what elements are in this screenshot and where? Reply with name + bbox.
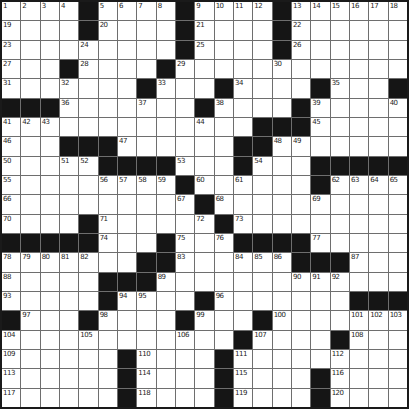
cell-r17c20[interactable]: 102: [369, 311, 387, 329]
cell-r6c10[interactable]: [176, 99, 194, 117]
cell-r19c19[interactable]: [350, 350, 368, 368]
cell-r20c8[interactable]: 114: [137, 369, 155, 387]
cell-r14c7[interactable]: [118, 253, 136, 271]
cell-r2c16[interactable]: 22: [292, 21, 310, 39]
cell-r18c20[interactable]: [369, 331, 387, 349]
cell-r19c4[interactable]: [60, 350, 78, 368]
cell-r18c17[interactable]: [311, 331, 329, 349]
cell-r8c21[interactable]: [389, 137, 407, 155]
cell-r6c9[interactable]: [157, 99, 175, 117]
cell-r1c11[interactable]: 9: [195, 2, 213, 20]
cell-r14c2[interactable]: 79: [21, 253, 39, 271]
cell-r20c6[interactable]: [99, 369, 117, 387]
cell-r5c20[interactable]: [369, 79, 387, 97]
cell-r17c17[interactable]: [311, 311, 329, 329]
cell-r10c16[interactable]: [292, 176, 310, 194]
cell-r14c1[interactable]: 78: [2, 253, 20, 271]
cell-r15c15[interactable]: [273, 273, 291, 291]
cell-r6c8[interactable]: 37: [137, 99, 155, 117]
cell-r21c2[interactable]: [21, 389, 39, 407]
cell-r6c21[interactable]: 40: [389, 99, 407, 117]
cell-r5c4[interactable]: 32: [60, 79, 78, 97]
cell-r1c17[interactable]: 14: [311, 2, 329, 20]
cell-r8c7[interactable]: 47: [118, 137, 136, 155]
cell-r17c8[interactable]: [137, 311, 155, 329]
cell-r18c1[interactable]: 104: [2, 331, 20, 349]
cell-r18c7[interactable]: [118, 331, 136, 349]
cell-r4c18[interactable]: [331, 60, 349, 78]
cell-r21c6[interactable]: [99, 389, 117, 407]
cell-r6c4[interactable]: 36: [60, 99, 78, 117]
cell-r7c12[interactable]: [215, 118, 233, 136]
cell-r12c10[interactable]: [176, 215, 194, 233]
cell-r16c18[interactable]: [331, 292, 349, 310]
cell-r10c9[interactable]: 59: [157, 176, 175, 194]
cell-r10c7[interactable]: 57: [118, 176, 136, 194]
cell-r19c5[interactable]: [79, 350, 97, 368]
cell-r5c13[interactable]: 34: [234, 79, 252, 97]
cell-r18c3[interactable]: [41, 331, 59, 349]
cell-r4c12[interactable]: [215, 60, 233, 78]
cell-r10c21[interactable]: 65: [389, 176, 407, 194]
cell-r13c12[interactable]: 76: [215, 234, 233, 252]
cell-r11c15[interactable]: [273, 195, 291, 213]
cell-r19c11[interactable]: [195, 350, 213, 368]
cell-r4c3[interactable]: [41, 60, 59, 78]
cell-r2c7[interactable]: [118, 21, 136, 39]
cell-r3c20[interactable]: [369, 41, 387, 59]
cell-r15c9[interactable]: 89: [157, 273, 175, 291]
cell-r5c6[interactable]: [99, 79, 117, 97]
cell-r2c4[interactable]: [60, 21, 78, 39]
cell-r20c16[interactable]: [292, 369, 310, 387]
cell-r10c6[interactable]: 56: [99, 176, 117, 194]
cell-r21c21[interactable]: [389, 389, 407, 407]
cell-r4c1[interactable]: 27: [2, 60, 20, 78]
cell-r15c12[interactable]: [215, 273, 233, 291]
cell-r7c7[interactable]: [118, 118, 136, 136]
cell-r10c12[interactable]: [215, 176, 233, 194]
cell-r8c12[interactable]: [215, 137, 233, 155]
cell-r10c4[interactable]: [60, 176, 78, 194]
cell-r14c6[interactable]: [99, 253, 117, 271]
cell-r4c13[interactable]: [234, 60, 252, 78]
cell-r10c20[interactable]: 64: [369, 176, 387, 194]
cell-r18c10[interactable]: 106: [176, 331, 194, 349]
cell-r1c1[interactable]: 1: [2, 2, 20, 20]
cell-r5c3[interactable]: [41, 79, 59, 97]
cell-r15c2[interactable]: [21, 273, 39, 291]
cell-r2c8[interactable]: [137, 21, 155, 39]
cell-r9c4[interactable]: 51: [60, 157, 78, 175]
cell-r2c21[interactable]: [389, 21, 407, 39]
cell-r17c11[interactable]: 99: [195, 311, 213, 329]
cell-r19c15[interactable]: [273, 350, 291, 368]
cell-r8c8[interactable]: [137, 137, 155, 155]
cell-r12c2[interactable]: [21, 215, 39, 233]
cell-r9c11[interactable]: [195, 157, 213, 175]
cell-r11c12[interactable]: 68: [215, 195, 233, 213]
cell-r17c6[interactable]: 98: [99, 311, 117, 329]
cell-r14c20[interactable]: [369, 253, 387, 271]
cell-r14c10[interactable]: 83: [176, 253, 194, 271]
cell-r9c12[interactable]: [215, 157, 233, 175]
cell-r14c11[interactable]: [195, 253, 213, 271]
cell-r21c14[interactable]: [253, 389, 271, 407]
cell-r16c1[interactable]: 93: [2, 292, 20, 310]
cell-r17c4[interactable]: [60, 311, 78, 329]
cell-r5c16[interactable]: [292, 79, 310, 97]
cell-r21c8[interactable]: 118: [137, 389, 155, 407]
cell-r8c3[interactable]: [41, 137, 59, 155]
cell-r9c14[interactable]: 54: [253, 157, 271, 175]
cell-r2c9[interactable]: [157, 21, 175, 39]
cell-r6c7[interactable]: [118, 99, 136, 117]
cell-r18c11[interactable]: [195, 331, 213, 349]
cell-r9c15[interactable]: [273, 157, 291, 175]
cell-r2c6[interactable]: 20: [99, 21, 117, 39]
cell-r13c19[interactable]: [350, 234, 368, 252]
cell-r12c11[interactable]: 72: [195, 215, 213, 233]
cell-r14c4[interactable]: 81: [60, 253, 78, 271]
cell-r8c19[interactable]: [350, 137, 368, 155]
cell-r12c15[interactable]: [273, 215, 291, 233]
cell-r12c13[interactable]: 73: [234, 215, 252, 233]
cell-r3c6[interactable]: [99, 41, 117, 59]
cell-r19c2[interactable]: [21, 350, 39, 368]
cell-r1c16[interactable]: 13: [292, 2, 310, 20]
cell-r20c3[interactable]: [41, 369, 59, 387]
cell-r10c1[interactable]: 55: [2, 176, 20, 194]
cell-r11c3[interactable]: [41, 195, 59, 213]
cell-r10c3[interactable]: [41, 176, 59, 194]
cell-r18c2[interactable]: [21, 331, 39, 349]
cell-r4c5[interactable]: 28: [79, 60, 97, 78]
cell-r21c18[interactable]: 120: [331, 389, 349, 407]
cell-r18c12[interactable]: [215, 331, 233, 349]
cell-r12c18[interactable]: [331, 215, 349, 233]
cell-r10c19[interactable]: 63: [350, 176, 368, 194]
cell-r13c20[interactable]: [369, 234, 387, 252]
cell-r17c16[interactable]: [292, 311, 310, 329]
cell-r18c14[interactable]: 107: [253, 331, 271, 349]
cell-r16c13[interactable]: [234, 292, 252, 310]
cell-r19c16[interactable]: [292, 350, 310, 368]
cell-r1c14[interactable]: 12: [253, 2, 271, 20]
cell-r6c13[interactable]: [234, 99, 252, 117]
cell-r11c8[interactable]: [137, 195, 155, 213]
cell-r21c11[interactable]: [195, 389, 213, 407]
cell-r11c20[interactable]: [369, 195, 387, 213]
cell-r13c18[interactable]: [331, 234, 349, 252]
cell-r3c21[interactable]: [389, 41, 407, 59]
cell-r8c10[interactable]: [176, 137, 194, 155]
cell-r16c14[interactable]: [253, 292, 271, 310]
cell-r13c6[interactable]: 74: [99, 234, 117, 252]
cell-r19c13[interactable]: 111: [234, 350, 252, 368]
cell-r2c13[interactable]: [234, 21, 252, 39]
cell-r2c12[interactable]: [215, 21, 233, 39]
cell-r3c2[interactable]: [21, 41, 39, 59]
cell-r20c14[interactable]: [253, 369, 271, 387]
cell-r1c6[interactable]: 5: [99, 2, 117, 20]
cell-r17c9[interactable]: [157, 311, 175, 329]
cell-r21c5[interactable]: [79, 389, 97, 407]
cell-r8c15[interactable]: 48: [273, 137, 291, 155]
cell-r11c13[interactable]: [234, 195, 252, 213]
cell-r8c16[interactable]: 49: [292, 137, 310, 155]
cell-r8c9[interactable]: [157, 137, 175, 155]
cell-r18c9[interactable]: [157, 331, 175, 349]
cell-r13c17[interactable]: 77: [311, 234, 329, 252]
cell-r10c8[interactable]: 58: [137, 176, 155, 194]
cell-r7c13[interactable]: [234, 118, 252, 136]
cell-r9c5[interactable]: 52: [79, 157, 97, 175]
cell-r4c16[interactable]: [292, 60, 310, 78]
cell-r20c9[interactable]: [157, 369, 175, 387]
cell-r11c19[interactable]: [350, 195, 368, 213]
cell-r12c4[interactable]: [60, 215, 78, 233]
cell-r16c5[interactable]: [79, 292, 97, 310]
cell-r21c16[interactable]: [292, 389, 310, 407]
cell-r15c16[interactable]: 90: [292, 273, 310, 291]
cell-r3c11[interactable]: 25: [195, 41, 213, 59]
cell-r8c2[interactable]: [21, 137, 39, 155]
cell-r16c8[interactable]: 95: [137, 292, 155, 310]
cell-r5c19[interactable]: [350, 79, 368, 97]
cell-r13c21[interactable]: [389, 234, 407, 252]
cell-r1c13[interactable]: 11: [234, 2, 252, 20]
cell-r7c20[interactable]: [369, 118, 387, 136]
cell-r11c16[interactable]: [292, 195, 310, 213]
cell-r3c9[interactable]: [157, 41, 175, 59]
cell-r13c7[interactable]: [118, 234, 136, 252]
cell-r3c1[interactable]: 23: [2, 41, 20, 59]
cell-r21c3[interactable]: [41, 389, 59, 407]
cell-r19c6[interactable]: [99, 350, 117, 368]
cell-r6c5[interactable]: [79, 99, 97, 117]
cell-r4c2[interactable]: [21, 60, 39, 78]
cell-r21c9[interactable]: [157, 389, 175, 407]
cell-r13c11[interactable]: [195, 234, 213, 252]
cell-r5c9[interactable]: 33: [157, 79, 175, 97]
cell-r16c7[interactable]: 94: [118, 292, 136, 310]
cell-r3c14[interactable]: [253, 41, 271, 59]
cell-r8c20[interactable]: [369, 137, 387, 155]
cell-r18c5[interactable]: 105: [79, 331, 97, 349]
cell-r3c4[interactable]: [60, 41, 78, 59]
cell-r20c18[interactable]: 116: [331, 369, 349, 387]
cell-r14c14[interactable]: 85: [253, 253, 271, 271]
cell-r10c5[interactable]: [79, 176, 97, 194]
cell-r17c19[interactable]: 101: [350, 311, 368, 329]
cell-r15c20[interactable]: [369, 273, 387, 291]
cell-r10c13[interactable]: 61: [234, 176, 252, 194]
cell-r14c13[interactable]: 84: [234, 253, 252, 271]
cell-r12c1[interactable]: 70: [2, 215, 20, 233]
cell-r8c17[interactable]: [311, 137, 329, 155]
cell-r21c20[interactable]: [369, 389, 387, 407]
cell-r21c10[interactable]: [176, 389, 194, 407]
cell-r16c3[interactable]: [41, 292, 59, 310]
cell-r18c6[interactable]: [99, 331, 117, 349]
cell-r1c18[interactable]: 15: [331, 2, 349, 20]
cell-r16c15[interactable]: [273, 292, 291, 310]
cell-r12c8[interactable]: [137, 215, 155, 233]
cell-r7c4[interactable]: [60, 118, 78, 136]
cell-r19c1[interactable]: 109: [2, 350, 20, 368]
cell-r4c10[interactable]: 29: [176, 60, 194, 78]
cell-r15c11[interactable]: [195, 273, 213, 291]
cell-r4c14[interactable]: [253, 60, 271, 78]
cell-r6c20[interactable]: [369, 99, 387, 117]
cell-r5c10[interactable]: [176, 79, 194, 97]
cell-r16c9[interactable]: [157, 292, 175, 310]
cell-r1c4[interactable]: 4: [60, 2, 78, 20]
cell-r20c1[interactable]: 113: [2, 369, 20, 387]
cell-r19c3[interactable]: [41, 350, 59, 368]
cell-r10c14[interactable]: [253, 176, 271, 194]
cell-r7c19[interactable]: [350, 118, 368, 136]
cell-r15c3[interactable]: [41, 273, 59, 291]
cell-r2c3[interactable]: [41, 21, 59, 39]
cell-r2c20[interactable]: [369, 21, 387, 39]
cell-r11c4[interactable]: [60, 195, 78, 213]
cell-r12c20[interactable]: [369, 215, 387, 233]
cell-r17c15[interactable]: 100: [273, 311, 291, 329]
cell-r14c5[interactable]: 82: [79, 253, 97, 271]
cell-r1c9[interactable]: 8: [157, 2, 175, 20]
cell-r10c15[interactable]: [273, 176, 291, 194]
cell-r19c10[interactable]: [176, 350, 194, 368]
cell-r11c18[interactable]: [331, 195, 349, 213]
cell-r20c15[interactable]: [273, 369, 291, 387]
cell-r2c1[interactable]: 19: [2, 21, 20, 39]
cell-r8c18[interactable]: [331, 137, 349, 155]
cell-r7c6[interactable]: [99, 118, 117, 136]
cell-r14c12[interactable]: [215, 253, 233, 271]
cell-r5c5[interactable]: [79, 79, 97, 97]
cell-r12c16[interactable]: [292, 215, 310, 233]
cell-r4c20[interactable]: [369, 60, 387, 78]
cell-r4c17[interactable]: [311, 60, 329, 78]
cell-r18c16[interactable]: [292, 331, 310, 349]
cell-r11c2[interactable]: [21, 195, 39, 213]
cell-r18c4[interactable]: [60, 331, 78, 349]
cell-r7c9[interactable]: [157, 118, 175, 136]
cell-r20c19[interactable]: [350, 369, 368, 387]
cell-r1c20[interactable]: 17: [369, 2, 387, 20]
cell-r21c15[interactable]: [273, 389, 291, 407]
cell-r9c16[interactable]: [292, 157, 310, 175]
cell-r7c21[interactable]: [389, 118, 407, 136]
cell-r17c21[interactable]: 103: [389, 311, 407, 329]
cell-r21c1[interactable]: 117: [2, 389, 20, 407]
cell-r15c5[interactable]: [79, 273, 97, 291]
cell-r12c19[interactable]: [350, 215, 368, 233]
cell-r11c10[interactable]: 67: [176, 195, 194, 213]
cell-r1c3[interactable]: 3: [41, 2, 59, 20]
cell-r7c11[interactable]: 44: [195, 118, 213, 136]
cell-r7c5[interactable]: [79, 118, 97, 136]
cell-r15c10[interactable]: [176, 273, 194, 291]
cell-r17c3[interactable]: [41, 311, 59, 329]
cell-r6c14[interactable]: [253, 99, 271, 117]
cell-r9c3[interactable]: [41, 157, 59, 175]
cell-r20c4[interactable]: [60, 369, 78, 387]
cell-r14c19[interactable]: 87: [350, 253, 368, 271]
cell-r20c2[interactable]: [21, 369, 39, 387]
cell-r6c12[interactable]: 38: [215, 99, 233, 117]
cell-r3c16[interactable]: 26: [292, 41, 310, 59]
cell-r7c18[interactable]: [331, 118, 349, 136]
cell-r19c21[interactable]: [389, 350, 407, 368]
cell-r11c21[interactable]: [389, 195, 407, 213]
cell-r14c15[interactable]: 86: [273, 253, 291, 271]
cell-r20c11[interactable]: [195, 369, 213, 387]
cell-r2c18[interactable]: [331, 21, 349, 39]
cell-r11c7[interactable]: [118, 195, 136, 213]
cell-r4c11[interactable]: [195, 60, 213, 78]
cell-r20c10[interactable]: [176, 369, 194, 387]
cell-r9c1[interactable]: 50: [2, 157, 20, 175]
cell-r3c3[interactable]: [41, 41, 59, 59]
cell-r7c8[interactable]: [137, 118, 155, 136]
cell-r12c17[interactable]: [311, 215, 329, 233]
cell-r8c11[interactable]: [195, 137, 213, 155]
cell-r11c5[interactable]: [79, 195, 97, 213]
cell-r12c9[interactable]: [157, 215, 175, 233]
cell-r2c19[interactable]: [350, 21, 368, 39]
cell-r11c1[interactable]: 66: [2, 195, 20, 213]
cell-r16c10[interactable]: [176, 292, 194, 310]
cell-r20c13[interactable]: 115: [234, 369, 252, 387]
cell-r5c7[interactable]: [118, 79, 136, 97]
cell-r7c10[interactable]: [176, 118, 194, 136]
cell-r4c8[interactable]: [137, 60, 155, 78]
cell-r6c19[interactable]: [350, 99, 368, 117]
cell-r6c17[interactable]: 39: [311, 99, 329, 117]
cell-r14c3[interactable]: 80: [41, 253, 59, 271]
cell-r19c18[interactable]: 112: [331, 350, 349, 368]
cell-r18c19[interactable]: 108: [350, 331, 368, 349]
cell-r13c8[interactable]: [137, 234, 155, 252]
cell-r15c19[interactable]: [350, 273, 368, 291]
cell-r15c13[interactable]: [234, 273, 252, 291]
cell-r2c11[interactable]: 21: [195, 21, 213, 39]
cell-r5c18[interactable]: 35: [331, 79, 349, 97]
cell-r21c4[interactable]: [60, 389, 78, 407]
cell-r10c11[interactable]: 60: [195, 176, 213, 194]
cell-r7c3[interactable]: 43: [41, 118, 59, 136]
cell-r18c8[interactable]: [137, 331, 155, 349]
cell-r10c18[interactable]: 62: [331, 176, 349, 194]
cell-r19c8[interactable]: 110: [137, 350, 155, 368]
cell-r11c17[interactable]: 69: [311, 195, 329, 213]
cell-r2c2[interactable]: [21, 21, 39, 39]
cell-r1c21[interactable]: 18: [389, 2, 407, 20]
cell-r1c19[interactable]: 16: [350, 2, 368, 20]
cell-r12c3[interactable]: [41, 215, 59, 233]
cell-r12c7[interactable]: [118, 215, 136, 233]
cell-r17c7[interactable]: [118, 311, 136, 329]
cell-r9c2[interactable]: [21, 157, 39, 175]
cell-r4c7[interactable]: [118, 60, 136, 78]
cell-r17c13[interactable]: [234, 311, 252, 329]
cell-r7c2[interactable]: 42: [21, 118, 39, 136]
cell-r15c17[interactable]: 91: [311, 273, 329, 291]
cell-r16c4[interactable]: [60, 292, 78, 310]
